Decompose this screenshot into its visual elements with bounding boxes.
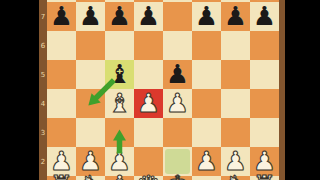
square-b7[interactable]: ♟: [76, 2, 105, 31]
chess-board: ♜♞♝♛♚♞♜♟♟♟♟♟♟♟♝♟♝♟♟♟♟♟♟♟♟♜♞♝♛♚♞♜: [47, 0, 279, 180]
square-f4[interactable]: [192, 89, 221, 118]
square-h7[interactable]: ♟: [250, 2, 279, 31]
rank-label-2: 2: [39, 158, 47, 166]
square-h1[interactable]: ♜: [250, 176, 279, 180]
square-a1[interactable]: ♜: [47, 176, 76, 180]
square-f2[interactable]: ♟: [192, 147, 221, 176]
piece-white-bishop-c1[interactable]: ♝: [105, 171, 134, 180]
square-b3[interactable]: [76, 118, 105, 147]
square-a5[interactable]: [47, 60, 76, 89]
piece-white-knight-g1[interactable]: ♞: [221, 171, 250, 180]
square-f7[interactable]: ♟: [192, 2, 221, 31]
square-b6[interactable]: [76, 31, 105, 60]
rank-label-5: 5: [39, 71, 47, 79]
square-g7[interactable]: ♟: [221, 2, 250, 31]
square-e6[interactable]: [163, 31, 192, 60]
piece-black-pawn-f7[interactable]: ♟: [192, 2, 221, 31]
piece-white-rook-h1[interactable]: ♜: [250, 171, 279, 180]
square-c1[interactable]: ♝: [105, 176, 134, 180]
piece-black-bishop-c5[interactable]: ♝: [105, 60, 134, 89]
square-e1[interactable]: ♚: [163, 176, 192, 180]
square-g4[interactable]: [221, 89, 250, 118]
square-b1[interactable]: ♞: [76, 176, 105, 180]
square-a3[interactable]: [47, 118, 76, 147]
piece-white-king-e1[interactable]: ♚: [163, 171, 192, 180]
square-c7[interactable]: ♟: [105, 2, 134, 31]
square-c3[interactable]: [105, 118, 134, 147]
piece-white-bishop-c4[interactable]: ♝: [105, 89, 134, 118]
square-c5[interactable]: ♝: [105, 60, 134, 89]
piece-black-pawn-e5[interactable]: ♟: [163, 60, 192, 89]
piece-black-pawn-h7[interactable]: ♟: [250, 2, 279, 31]
square-f1[interactable]: [192, 176, 221, 180]
square-d3[interactable]: [134, 118, 163, 147]
square-f6[interactable]: [192, 31, 221, 60]
square-e7[interactable]: [163, 2, 192, 31]
square-d1[interactable]: ♛: [134, 176, 163, 180]
piece-black-pawn-d7[interactable]: ♟: [134, 2, 163, 31]
piece-white-knight-b1[interactable]: ♞: [76, 171, 105, 180]
square-e5[interactable]: ♟: [163, 60, 192, 89]
rank-label-3: 3: [39, 129, 47, 137]
square-a7[interactable]: ♟: [47, 2, 76, 31]
rank-label-6: 6: [39, 42, 47, 50]
square-e3[interactable]: [163, 118, 192, 147]
square-h5[interactable]: [250, 60, 279, 89]
piece-black-pawn-c7[interactable]: ♟: [105, 2, 134, 31]
square-d4[interactable]: ♟: [134, 89, 163, 118]
square-g5[interactable]: [221, 60, 250, 89]
square-a4[interactable]: [47, 89, 76, 118]
piece-black-pawn-b7[interactable]: ♟: [76, 2, 105, 31]
square-g3[interactable]: [221, 118, 250, 147]
square-d5[interactable]: [134, 60, 163, 89]
square-d7[interactable]: ♟: [134, 2, 163, 31]
square-c4[interactable]: ♝: [105, 89, 134, 118]
rank-label-7: 7: [39, 13, 47, 21]
square-d6[interactable]: [134, 31, 163, 60]
piece-white-queen-d1[interactable]: ♛: [134, 171, 163, 180]
square-h3[interactable]: [250, 118, 279, 147]
piece-white-pawn-f2[interactable]: ♟: [192, 147, 221, 176]
rank-label-4: 4: [39, 100, 47, 108]
square-g1[interactable]: ♞: [221, 176, 250, 180]
square-e4[interactable]: ♟: [163, 89, 192, 118]
square-a6[interactable]: [47, 31, 76, 60]
square-g6[interactable]: [221, 31, 250, 60]
piece-black-pawn-a7[interactable]: ♟: [47, 2, 76, 31]
piece-black-pawn-g7[interactable]: ♟: [221, 2, 250, 31]
square-c6[interactable]: [105, 31, 134, 60]
square-f5[interactable]: [192, 60, 221, 89]
square-f3[interactable]: [192, 118, 221, 147]
letterbox-right-bar: [285, 0, 320, 180]
letterbox-left-bar: [0, 0, 39, 180]
square-h6[interactable]: [250, 31, 279, 60]
square-b4[interactable]: [76, 89, 105, 118]
piece-white-pawn-e4[interactable]: ♟: [163, 89, 192, 118]
piece-white-pawn-d4[interactable]: ♟: [134, 89, 163, 118]
piece-white-rook-a1[interactable]: ♜: [47, 171, 76, 180]
square-h4[interactable]: [250, 89, 279, 118]
video-frame: ♜♞♝♛♚♞♜♟♟♟♟♟♟♟♝♟♝♟♟♟♟♟♟♟♟♜♞♝♛♚♞♜ 765432: [0, 0, 320, 180]
square-b5[interactable]: [76, 60, 105, 89]
